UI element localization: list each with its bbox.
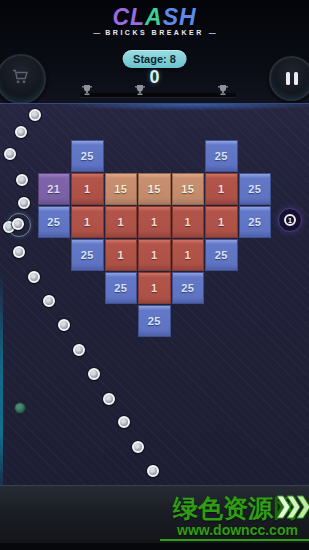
ball <box>118 416 130 428</box>
ball <box>58 319 70 331</box>
brick: 25 <box>71 140 104 172</box>
game-screen: CLASH — BRICKS BREAKER — Stage: 8 0 <box>0 0 309 550</box>
left-edge-glow <box>0 271 3 501</box>
brick: 1 <box>138 272 171 304</box>
brick: 15 <box>138 173 171 205</box>
brick: 25 <box>105 272 138 304</box>
bottom-strip <box>0 543 309 550</box>
playfield[interactable]: 252521115151512525111112525111252512525 … <box>0 103 309 485</box>
subtitle-deco-right: — <box>209 29 216 36</box>
header: CLASH — BRICKS BREAKER — Stage: 8 0 <box>0 0 309 103</box>
brick: 1 <box>205 173 238 205</box>
brick: 1 <box>105 239 138 271</box>
brick: 1 <box>138 206 171 238</box>
brick: 1 <box>172 239 205 271</box>
brick: 25 <box>239 173 272 205</box>
ball <box>103 393 115 405</box>
brick: 25 <box>71 239 104 271</box>
stage-progress-bar <box>80 93 236 97</box>
brick: 25 <box>172 272 205 304</box>
ball <box>18 197 30 209</box>
bonus-ball-pickup: 1 <box>278 208 302 232</box>
trophy-icon <box>217 82 229 94</box>
ball <box>88 368 100 380</box>
subtitle-deco-left: — <box>93 29 100 36</box>
ball <box>15 126 27 138</box>
brick: 15 <box>172 173 205 205</box>
brick: 1 <box>138 239 171 271</box>
ball <box>43 295 55 307</box>
logo-part-cl: CL <box>112 4 145 30</box>
brick: 1 <box>105 206 138 238</box>
brick: 25 <box>38 206 71 238</box>
trophy-icon <box>81 82 93 94</box>
trophy-icon <box>134 82 146 94</box>
stage-badge: Stage: 8 <box>122 50 187 68</box>
bonus-ball-count: 1 <box>284 214 296 226</box>
ball <box>28 271 40 283</box>
ball <box>147 465 159 477</box>
logo-subtitle: — BRICKS BREAKER — <box>0 29 309 36</box>
brick: 1 <box>172 206 205 238</box>
game-logo: CLASH <box>0 4 309 30</box>
score-value: 0 <box>0 67 309 88</box>
brick: 25 <box>138 305 171 337</box>
ball <box>29 109 41 121</box>
brick: 1 <box>71 206 104 238</box>
ball <box>13 246 25 258</box>
top-glow <box>0 103 309 114</box>
ball <box>73 344 85 356</box>
ball <box>132 441 144 453</box>
green-dot <box>14 402 26 414</box>
brick: 25 <box>205 239 238 271</box>
bottom-bar: x 2 <box>0 485 309 544</box>
logo-part-sh: SH <box>163 4 197 30</box>
aim-ring <box>7 213 31 237</box>
brick: 21 <box>38 173 71 205</box>
brick: 1 <box>71 173 104 205</box>
logo-part-a: A <box>145 4 163 30</box>
ball <box>16 174 28 186</box>
subtitle-text: BRICKS BREAKER <box>105 29 203 36</box>
brick: 1 <box>205 206 238 238</box>
brick: 25 <box>239 206 272 238</box>
ball <box>4 148 16 160</box>
brick: 15 <box>105 173 138 205</box>
brick: 25 <box>205 140 238 172</box>
